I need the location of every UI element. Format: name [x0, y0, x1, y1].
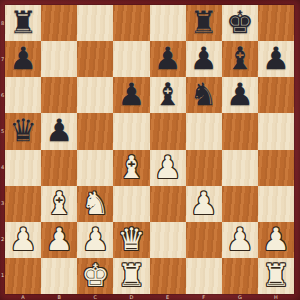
white-queen: ♛ — [118, 220, 146, 256]
white-pawn: ♟ — [262, 220, 290, 256]
black-pawn: ♟ — [118, 76, 146, 112]
file-label-h: H — [274, 294, 278, 300]
square-a3[interactable] — [5, 186, 41, 222]
file-label-d: D — [130, 294, 134, 300]
black-king: ♚ — [226, 4, 254, 40]
square-a7[interactable]: ♟ — [5, 41, 41, 77]
square-e8[interactable] — [150, 5, 186, 41]
square-c7[interactable] — [77, 41, 113, 77]
square-b1[interactable] — [41, 258, 77, 294]
black-bishop: ♝ — [154, 76, 182, 112]
square-d5[interactable] — [113, 113, 149, 149]
rank-label-5: 5 — [0, 129, 5, 134]
square-h4[interactable] — [258, 150, 294, 186]
black-pawn: ♟ — [262, 40, 290, 76]
black-pawn: ♟ — [226, 76, 254, 112]
square-d3[interactable] — [113, 186, 149, 222]
white-pawn: ♟ — [45, 220, 73, 256]
square-f5[interactable] — [186, 113, 222, 149]
black-pawn: ♟ — [45, 112, 73, 148]
square-c1[interactable]: ♚ — [77, 258, 113, 294]
square-g7[interactable]: ♝ — [222, 41, 258, 77]
square-d7[interactable] — [113, 41, 149, 77]
square-f6[interactable]: ♞ — [186, 77, 222, 113]
black-bishop: ♝ — [226, 40, 254, 76]
white-pawn: ♟ — [226, 220, 254, 256]
square-d6[interactable]: ♟ — [113, 77, 149, 113]
square-d1[interactable]: ♜ — [113, 258, 149, 294]
file-label-b: B — [57, 294, 60, 300]
file-label-c: C — [94, 294, 98, 300]
square-a8[interactable]: ♜ — [5, 5, 41, 41]
white-king: ♚ — [81, 256, 109, 292]
black-rook: ♜ — [9, 4, 37, 40]
square-b5[interactable]: ♟ — [41, 113, 77, 149]
file-label-a: A — [21, 294, 24, 300]
square-h2[interactable]: ♟ — [258, 222, 294, 258]
square-f8[interactable]: ♜ — [186, 5, 222, 41]
square-h6[interactable] — [258, 77, 294, 113]
square-g3[interactable] — [222, 186, 258, 222]
white-bishop: ♝ — [45, 184, 73, 220]
black-pawn: ♟ — [9, 40, 37, 76]
square-e7[interactable]: ♟ — [150, 41, 186, 77]
square-a2[interactable]: ♟ — [5, 222, 41, 258]
white-pawn: ♟ — [9, 220, 37, 256]
square-a4[interactable] — [5, 150, 41, 186]
square-e6[interactable]: ♝ — [150, 77, 186, 113]
square-h5[interactable] — [258, 113, 294, 149]
square-d2[interactable]: ♛ — [113, 222, 149, 258]
white-bishop: ♝ — [118, 148, 146, 184]
square-d8[interactable] — [113, 5, 149, 41]
square-h1[interactable]: ♜ — [258, 258, 294, 294]
black-knight: ♞ — [190, 76, 218, 112]
rank-label-2: 2 — [0, 237, 5, 242]
square-g4[interactable] — [222, 150, 258, 186]
file-label-f: F — [202, 294, 205, 300]
square-h7[interactable]: ♟ — [258, 41, 294, 77]
square-e1[interactable] — [150, 258, 186, 294]
square-e3[interactable] — [150, 186, 186, 222]
white-pawn: ♟ — [154, 148, 182, 184]
square-c3[interactable]: ♞ — [77, 186, 113, 222]
black-rook: ♜ — [190, 4, 218, 40]
black-pawn: ♟ — [190, 40, 218, 76]
square-f3[interactable]: ♟ — [186, 186, 222, 222]
square-h8[interactable] — [258, 5, 294, 41]
square-c5[interactable] — [77, 113, 113, 149]
square-b2[interactable]: ♟ — [41, 222, 77, 258]
square-e4[interactable]: ♟ — [150, 150, 186, 186]
square-g1[interactable] — [222, 258, 258, 294]
file-label-g: G — [238, 294, 242, 300]
square-b6[interactable] — [41, 77, 77, 113]
square-e2[interactable] — [150, 222, 186, 258]
square-e5[interactable] — [150, 113, 186, 149]
rank-label-8: 8 — [0, 21, 5, 26]
black-queen: ♛ — [9, 112, 37, 148]
rank-label-1: 1 — [0, 273, 5, 278]
square-b7[interactable] — [41, 41, 77, 77]
square-b4[interactable] — [41, 150, 77, 186]
rank-label-7: 7 — [0, 57, 5, 62]
square-h3[interactable] — [258, 186, 294, 222]
board-frame: ♜♜♚♟♟♟♝♟♟♝♞♟♛♟♝♟♝♞♟♟♟♟♛♟♟♚♜♜ 87654321 AB… — [0, 0, 300, 300]
square-g2[interactable]: ♟ — [222, 222, 258, 258]
square-c2[interactable]: ♟ — [77, 222, 113, 258]
chess-board: ♜♜♚♟♟♟♝♟♟♝♞♟♛♟♝♟♝♞♟♟♟♟♛♟♟♚♜♜ — [5, 5, 294, 294]
square-a1[interactable] — [5, 258, 41, 294]
rank-label-3: 3 — [0, 201, 5, 206]
white-knight: ♞ — [81, 184, 109, 220]
square-a5[interactable]: ♛ — [5, 113, 41, 149]
square-b8[interactable] — [41, 5, 77, 41]
square-c4[interactable] — [77, 150, 113, 186]
black-pawn: ♟ — [154, 40, 182, 76]
square-f2[interactable] — [186, 222, 222, 258]
white-pawn: ♟ — [81, 220, 109, 256]
square-f1[interactable] — [186, 258, 222, 294]
square-d4[interactable]: ♝ — [113, 150, 149, 186]
square-f7[interactable]: ♟ — [186, 41, 222, 77]
white-rook: ♜ — [262, 256, 290, 292]
square-f4[interactable] — [186, 150, 222, 186]
square-a6[interactable] — [5, 77, 41, 113]
white-rook: ♜ — [118, 256, 146, 292]
square-g6[interactable]: ♟ — [222, 77, 258, 113]
square-g8[interactable]: ♚ — [222, 5, 258, 41]
rank-label-4: 4 — [0, 165, 5, 170]
square-c6[interactable] — [77, 77, 113, 113]
file-label-e: E — [166, 294, 169, 300]
rank-label-6: 6 — [0, 93, 5, 98]
square-g5[interactable] — [222, 113, 258, 149]
white-pawn: ♟ — [190, 184, 218, 220]
square-c8[interactable] — [77, 5, 113, 41]
square-b3[interactable]: ♝ — [41, 186, 77, 222]
